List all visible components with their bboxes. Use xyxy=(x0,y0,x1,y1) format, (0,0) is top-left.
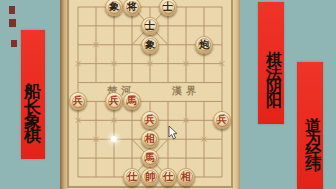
watermark-mark xyxy=(11,40,17,47)
piece-glyph: 象 xyxy=(109,0,119,14)
piece-red-e10[interactable]: 帥 xyxy=(141,168,159,186)
piece-red-e9[interactable]: 馬 xyxy=(141,149,159,167)
piece-glyph: 炮 xyxy=(199,37,209,51)
piece-glyph: 馬 xyxy=(127,94,137,108)
piece-black-e2[interactable]: 士 xyxy=(141,17,159,35)
banner-channel-name: 船长象棋 xyxy=(21,30,45,159)
piece-glyph: 帥 xyxy=(145,169,155,183)
piece-red-g10[interactable]: 相 xyxy=(177,168,195,186)
piece-black-e3[interactable]: 象 xyxy=(141,36,159,54)
piece-glyph: 士 xyxy=(163,0,173,14)
piece-glyph: 兵 xyxy=(109,94,119,108)
piece-black-h3[interactable]: 炮 xyxy=(195,36,213,54)
piece-glyph: 兵 xyxy=(217,113,227,127)
river-label-han: 漢界 xyxy=(163,84,209,98)
banner-couplet-top: 棋法阴阳 xyxy=(258,2,284,124)
piece-glyph: 兵 xyxy=(145,113,155,127)
piece-glyph: 相 xyxy=(145,132,155,146)
piece-glyph: 仕 xyxy=(163,169,173,183)
piece-red-d10[interactable]: 仕 xyxy=(123,168,141,186)
banner-couplet-bottom: 道为经纬 xyxy=(297,62,323,189)
piece-glyph: 仕 xyxy=(127,169,137,183)
watermark-mark xyxy=(9,19,16,27)
watermark-mark xyxy=(9,6,15,14)
piece-glyph: 士 xyxy=(145,18,155,32)
piece-red-f10[interactable]: 仕 xyxy=(159,168,177,186)
mouse-cursor-icon xyxy=(168,126,179,141)
xiangqi-board[interactable]: 楚河 漢界 象将士士象炮兵兵馬兵兵相馬仕帥仕相 xyxy=(60,0,240,189)
piece-glyph: 象 xyxy=(145,37,155,51)
piece-glyph: 馬 xyxy=(145,151,155,165)
piece-glyph: 将 xyxy=(127,0,137,14)
piece-glyph: 兵 xyxy=(73,94,83,108)
piece-glyph: 相 xyxy=(181,169,191,183)
video-frame: 船长象棋 楚河 漢界 象将士士象炮兵兵馬兵兵相馬仕帥仕相 棋法阴阳 道为经纬 xyxy=(0,0,336,189)
